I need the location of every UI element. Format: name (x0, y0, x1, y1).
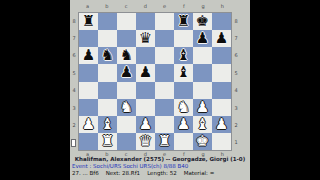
rank-label-8: 8 (71, 12, 77, 29)
white-pawn-h2: ♟ (215, 117, 228, 132)
black-pawn-h7: ♟ (215, 31, 228, 46)
square-c6: ♞ (117, 47, 136, 64)
white-pawn-d2: ♟ (139, 117, 152, 132)
square-g2: ♝ (193, 116, 212, 133)
black-pawn-a6: ♟ (82, 48, 95, 63)
square-b4 (98, 82, 117, 99)
white-rook-b1: ♜ (101, 134, 114, 149)
players-line: Khalifman, Alexander (2575) -- Georgadze… (70, 156, 250, 163)
black-pawn-c5: ♟ (120, 65, 133, 80)
square-c8 (117, 13, 136, 30)
square-f8: ♜ (174, 13, 193, 30)
rank-label-8: 8 (233, 12, 239, 29)
rank-label-3: 3 (71, 99, 77, 116)
rank-label-2: 2 (71, 116, 77, 133)
rank-label-6: 6 (233, 47, 239, 64)
square-h3 (212, 99, 231, 116)
file-label-d: d (136, 3, 155, 9)
file-label-h: h (213, 3, 232, 9)
rank-label-7: 7 (71, 29, 77, 46)
square-g5 (193, 64, 212, 81)
rank-labels-left: 87654321 (71, 12, 77, 151)
square-b3 (98, 99, 117, 116)
square-a2: ♟ (79, 116, 98, 133)
moves-status-line: 27. ... Bf6Next: 28.Rf1Length: 52Materia… (70, 170, 250, 177)
square-f7 (174, 30, 193, 47)
square-a3 (79, 99, 98, 116)
square-a4 (79, 82, 98, 99)
square-h5 (212, 64, 231, 81)
black-pawn-g7: ♟ (196, 31, 209, 46)
white-pawn-a2: ♟ (82, 117, 95, 132)
white-king-g1: ♚ (196, 134, 209, 149)
square-f2: ♟ (174, 116, 193, 133)
file-label-a: a (78, 3, 97, 9)
rank-label-4: 4 (233, 82, 239, 99)
square-b1: ♜ (98, 133, 117, 150)
square-g6 (193, 47, 212, 64)
chess-diagram-panel: abcdefgh abcdefgh 87654321 87654321 ♜♜♚♛… (70, 0, 250, 180)
square-g1: ♚ (193, 133, 212, 150)
letterbox-left (0, 0, 70, 180)
square-f1 (174, 133, 193, 150)
square-f5: ♝ (174, 64, 193, 81)
rank-label-3: 3 (233, 99, 239, 116)
square-e3 (155, 99, 174, 116)
black-bishop-f6: ♝ (177, 48, 190, 63)
white-queen-d1: ♛ (139, 134, 152, 149)
video-frame: abcdefgh abcdefgh 87654321 87654321 ♜♜♚♛… (0, 0, 320, 180)
square-b6: ♞ (98, 47, 117, 64)
square-d6 (136, 47, 155, 64)
square-e6 (155, 47, 174, 64)
square-h6 (212, 47, 231, 64)
square-e8 (155, 13, 174, 30)
square-a8: ♜ (79, 13, 98, 30)
rank-label-5: 5 (71, 64, 77, 81)
square-f4 (174, 82, 193, 99)
rank-label-5: 5 (233, 64, 239, 81)
white-pawn-f2: ♟ (177, 117, 190, 132)
file-label-e: e (155, 3, 174, 9)
square-d8 (136, 13, 155, 30)
square-g8: ♚ (193, 13, 212, 30)
black-queen-d7: ♛ (139, 31, 152, 46)
file-labels-top: abcdefgh (78, 3, 232, 9)
rank-label-4: 4 (71, 82, 77, 99)
square-a7 (79, 30, 98, 47)
rank-label-7: 7 (233, 29, 239, 46)
rank-label-2: 2 (233, 116, 239, 133)
square-h1 (212, 133, 231, 150)
square-c1 (117, 133, 136, 150)
event-line: Event : Sochi/URS Sochi URS(ch) 8/88 B40 (70, 163, 250, 170)
white-rook-e1: ♜ (158, 134, 171, 149)
black-rook-a8: ♜ (82, 14, 95, 29)
square-h8 (212, 13, 231, 30)
square-h2: ♟ (212, 116, 231, 133)
rank-label-6: 6 (71, 47, 77, 64)
white-bishop-b2: ♝ (101, 117, 114, 132)
square-h7: ♟ (212, 30, 231, 47)
square-d2: ♟ (136, 116, 155, 133)
black-knight-c6: ♞ (120, 48, 133, 63)
square-a6: ♟ (79, 47, 98, 64)
square-b2: ♝ (98, 116, 117, 133)
last-move-label: 27. ... Bf6 (72, 170, 99, 176)
square-d4 (136, 82, 155, 99)
file-label-f: f (174, 3, 193, 9)
black-bishop-f5: ♝ (177, 65, 190, 80)
material-label: Material: = (184, 170, 215, 176)
chess-board: ♜♜♚♛♟♟♟♞♞♝♟♟♝♞♞♟♟♝♟♟♝♟♜♛♜♚ (78, 12, 232, 151)
square-c7 (117, 30, 136, 47)
square-d3 (136, 99, 155, 116)
white-knight-f3: ♞ (177, 100, 190, 115)
square-e4 (155, 82, 174, 99)
white-pawn-g3: ♟ (196, 100, 209, 115)
square-e5 (155, 64, 174, 81)
white-bishop-g2: ♝ (196, 117, 209, 132)
black-king-g8: ♚ (196, 14, 209, 29)
square-a1 (79, 133, 98, 150)
rank-labels-right: 87654321 (233, 12, 239, 151)
square-f3: ♞ (174, 99, 193, 116)
black-rook-f8: ♜ (177, 14, 190, 29)
black-knight-b6: ♞ (101, 48, 114, 63)
square-g7: ♟ (193, 30, 212, 47)
file-label-b: b (97, 3, 116, 9)
side-to-move-indicator (71, 139, 76, 147)
next-move-label: Next: 28.Rf1 (106, 170, 140, 176)
square-d7: ♛ (136, 30, 155, 47)
square-e2 (155, 116, 174, 133)
rank-label-1: 1 (233, 134, 239, 151)
square-e1: ♜ (155, 133, 174, 150)
letterbox-right (250, 0, 320, 180)
square-c2 (117, 116, 136, 133)
square-g3: ♟ (193, 99, 212, 116)
square-h4 (212, 82, 231, 99)
length-label: Length: 52 (147, 170, 177, 176)
white-knight-c3: ♞ (120, 100, 133, 115)
square-d5: ♟ (136, 64, 155, 81)
square-c3: ♞ (117, 99, 136, 116)
square-b5 (98, 64, 117, 81)
square-f6: ♝ (174, 47, 193, 64)
square-e7 (155, 30, 174, 47)
file-label-c: c (117, 3, 136, 9)
square-c5: ♟ (117, 64, 136, 81)
square-b8 (98, 13, 117, 30)
square-g4 (193, 82, 212, 99)
black-pawn-d5: ♟ (139, 65, 152, 80)
square-c4 (117, 82, 136, 99)
square-a5 (79, 64, 98, 81)
square-d1: ♛ (136, 133, 155, 150)
file-label-g: g (194, 3, 213, 9)
square-b7 (98, 30, 117, 47)
game-info-footer: Khalifman, Alexander (2575) -- Georgadze… (70, 156, 250, 180)
